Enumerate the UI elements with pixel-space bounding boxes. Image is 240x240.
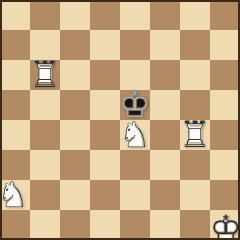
square-h2[interactable]: [210, 180, 240, 210]
square-b8[interactable]: [30, 0, 60, 30]
square-e2[interactable]: [120, 180, 150, 210]
square-e8[interactable]: [120, 0, 150, 30]
square-a5[interactable]: [0, 90, 30, 120]
piece-glyph-outline: ♔: [211, 214, 240, 240]
square-a4[interactable]: [0, 120, 30, 150]
square-b3[interactable]: [30, 150, 60, 180]
square-h8[interactable]: [210, 0, 240, 30]
piece-glyph-outline: ♖: [30, 60, 60, 90]
square-h7[interactable]: [210, 30, 240, 60]
white-rook-g4[interactable]: ♜♖: [180, 120, 210, 150]
square-c7[interactable]: [60, 30, 90, 60]
square-a6[interactable]: [0, 60, 30, 90]
piece-glyph-outline: ♘: [0, 180, 28, 210]
square-h6[interactable]: [210, 60, 240, 90]
square-b4[interactable]: [30, 120, 60, 150]
square-f2[interactable]: [150, 180, 180, 210]
white-knight-a2[interactable]: ♞♘: [0, 180, 28, 210]
square-a8[interactable]: [0, 0, 30, 30]
white-rook-b6[interactable]: ♜♖: [30, 60, 60, 90]
square-h3[interactable]: [210, 150, 240, 180]
square-g6[interactable]: [180, 60, 210, 90]
square-b2[interactable]: [30, 180, 60, 210]
square-g1[interactable]: [180, 210, 210, 240]
square-g8[interactable]: [180, 0, 210, 30]
square-e7[interactable]: [120, 30, 150, 60]
square-f4[interactable]: [150, 120, 180, 150]
square-c3[interactable]: [60, 150, 90, 180]
square-f1[interactable]: [150, 210, 180, 240]
square-a7[interactable]: [0, 30, 30, 60]
square-e1[interactable]: [120, 210, 150, 240]
piece-glyph-outline: ♖: [180, 120, 210, 150]
square-c6[interactable]: [60, 60, 90, 90]
square-c8[interactable]: [60, 0, 90, 30]
square-d6[interactable]: [90, 60, 120, 90]
square-g2[interactable]: [180, 180, 210, 210]
square-h5[interactable]: [210, 90, 240, 120]
square-f6[interactable]: [150, 60, 180, 90]
square-c4[interactable]: [60, 120, 90, 150]
square-d7[interactable]: [90, 30, 120, 60]
white-knight-e4[interactable]: ♞♘: [120, 120, 150, 150]
square-d8[interactable]: [90, 0, 120, 30]
square-d2[interactable]: [90, 180, 120, 210]
square-h4[interactable]: [210, 120, 240, 150]
square-f7[interactable]: [150, 30, 180, 60]
square-c2[interactable]: [60, 180, 90, 210]
square-d5[interactable]: [90, 90, 120, 120]
square-d1[interactable]: [90, 210, 120, 240]
piece-glyph-outline: ♘: [120, 120, 150, 150]
chess-board: ♜♖♚♔♞♘♜♖♞♘♚♔: [0, 0, 240, 240]
square-f5[interactable]: [150, 90, 180, 120]
square-f8[interactable]: [150, 0, 180, 30]
square-g7[interactable]: [180, 30, 210, 60]
square-d4[interactable]: [90, 120, 120, 150]
square-c5[interactable]: [60, 90, 90, 120]
square-b1[interactable]: [30, 210, 60, 240]
square-c1[interactable]: [60, 210, 90, 240]
white-king-h1[interactable]: ♚♔: [211, 214, 240, 240]
square-d3[interactable]: [90, 150, 120, 180]
square-f3[interactable]: [150, 150, 180, 180]
